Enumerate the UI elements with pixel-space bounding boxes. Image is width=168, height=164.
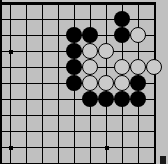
grid-vline	[26, 2, 27, 164]
grid-vline	[42, 2, 43, 164]
board-edge-right	[154, 2, 156, 164]
white-stone[interactable]	[82, 59, 98, 75]
black-stone[interactable]	[82, 27, 98, 43]
star-point	[105, 146, 109, 150]
white-stone[interactable]	[130, 27, 146, 43]
black-stone[interactable]	[66, 27, 82, 43]
white-stone[interactable]	[114, 59, 130, 75]
grid-vline	[58, 2, 59, 164]
white-stone[interactable]	[82, 43, 98, 59]
board-edge-top	[0, 2, 156, 5]
white-stone[interactable]	[98, 75, 114, 91]
black-stone[interactable]	[66, 59, 82, 75]
grid-vline	[10, 2, 11, 164]
black-stone[interactable]	[130, 75, 146, 91]
grid-hline	[0, 163, 156, 164]
black-stone[interactable]	[66, 43, 82, 59]
grid-hline	[0, 115, 156, 116]
white-stone[interactable]	[98, 43, 114, 59]
grid-hline	[0, 19, 156, 20]
white-stone[interactable]	[146, 59, 162, 75]
black-stone[interactable]	[114, 91, 130, 107]
black-stone[interactable]	[130, 91, 146, 107]
go-board[interactable]	[0, 0, 168, 164]
black-stone[interactable]	[98, 91, 114, 107]
star-point	[9, 146, 13, 150]
star-point	[9, 50, 13, 54]
crop-frame-left	[0, 0, 2, 164]
black-stone[interactable]	[114, 11, 130, 27]
grid-hline	[0, 131, 156, 132]
white-stone[interactable]	[130, 59, 146, 75]
white-stone[interactable]	[114, 75, 130, 91]
black-stone[interactable]	[66, 75, 82, 91]
corner-mark-icon	[160, 156, 166, 164]
black-stone[interactable]	[114, 27, 130, 43]
white-stone[interactable]	[82, 75, 98, 91]
black-stone[interactable]	[82, 91, 98, 107]
grid-hline	[0, 147, 156, 148]
